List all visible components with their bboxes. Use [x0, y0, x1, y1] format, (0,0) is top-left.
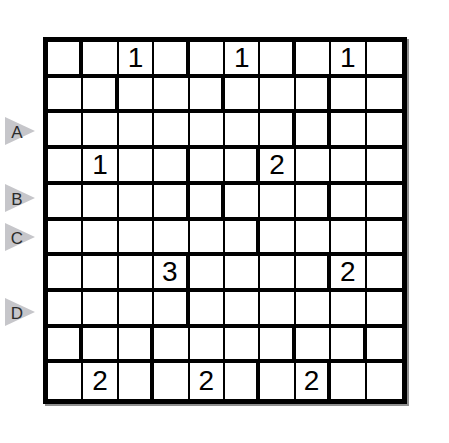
cell-r8c7[interactable]: [260, 292, 295, 328]
cell-r4c9[interactable]: [331, 149, 366, 185]
clue-text: 1: [234, 44, 250, 72]
cell-r8c2[interactable]: [83, 292, 118, 328]
cell-r4c5[interactable]: [190, 149, 225, 185]
cell-r7c5[interactable]: [190, 256, 225, 292]
cell-r5c9[interactable]: [331, 185, 366, 221]
cell-r6c7[interactable]: [260, 221, 295, 257]
cell-r4c1[interactable]: [48, 149, 83, 185]
cell-r2c3[interactable]: [119, 78, 154, 114]
row-marker-b: B: [5, 184, 35, 213]
cell-r1c8[interactable]: [296, 42, 331, 78]
clue-text: 1: [92, 151, 108, 179]
cell-r3c3[interactable]: [119, 113, 154, 149]
cell-r9c4[interactable]: [154, 328, 189, 364]
row-marker-c: C: [5, 223, 35, 252]
cell-r10c1[interactable]: [48, 363, 83, 399]
cell-r10c6[interactable]: [225, 363, 260, 399]
cell-r1c6[interactable]: 1: [225, 42, 260, 78]
row-marker-label: D: [8, 304, 26, 321]
cell-r1c9[interactable]: 1: [331, 42, 366, 78]
clue-text: 3: [162, 258, 178, 286]
cell-r2c10[interactable]: [367, 78, 402, 114]
cell-r7c10[interactable]: [367, 256, 402, 292]
cell-r10c10[interactable]: [367, 363, 402, 399]
cell-r1c10[interactable]: [367, 42, 402, 78]
cell-r2c4[interactable]: [154, 78, 189, 114]
cell-r8c10[interactable]: [367, 292, 402, 328]
cell-r7c2[interactable]: [83, 256, 118, 292]
row-marker-label: C: [8, 229, 26, 246]
cell-r5c10[interactable]: [367, 185, 402, 221]
cell-r2c2[interactable]: [83, 78, 118, 114]
row-marker-label: B: [8, 190, 26, 207]
cell-r5c2[interactable]: [83, 185, 118, 221]
cell-r1c4[interactable]: [154, 42, 189, 78]
cell-r10c8[interactable]: 2: [296, 363, 331, 399]
cell-r5c1[interactable]: [48, 185, 83, 221]
cell-r4c10[interactable]: [367, 149, 402, 185]
clue-text: 2: [199, 367, 215, 395]
cell-r9c2[interactable]: [83, 328, 118, 364]
clue-text: 1: [340, 44, 356, 72]
cell-r9c8[interactable]: [296, 328, 331, 364]
cell-r6c3[interactable]: [119, 221, 154, 257]
cell-r4c8[interactable]: [296, 149, 331, 185]
cell-r6c9[interactable]: [331, 221, 366, 257]
cell-r10c2[interactable]: 2: [83, 363, 118, 399]
cell-r2c6[interactable]: [225, 78, 260, 114]
cell-r9c6[interactable]: [225, 328, 260, 364]
cell-r6c10[interactable]: [367, 221, 402, 257]
cell-r1c7[interactable]: [260, 42, 295, 78]
cell-r7c9[interactable]: 2: [331, 256, 366, 292]
cell-r4c7[interactable]: 2: [260, 149, 295, 185]
cell-r1c2[interactable]: [83, 42, 118, 78]
cell-r7c8[interactable]: [296, 256, 331, 292]
puzzle-board: 1111232222: [43, 37, 407, 404]
clue-text: 2: [269, 151, 285, 179]
cell-r6c1[interactable]: [48, 221, 83, 257]
clue-text: 2: [304, 367, 320, 395]
cell-r9c3[interactable]: [119, 328, 154, 364]
puzzle-canvas: A B C D 1111232222: [0, 0, 449, 443]
cell-r10c7[interactable]: [260, 363, 295, 399]
cell-r10c3[interactable]: [119, 363, 154, 399]
cell-r10c9[interactable]: [331, 363, 366, 399]
cell-r10c5[interactable]: 2: [190, 363, 225, 399]
cell-r7c3[interactable]: [119, 256, 154, 292]
cell-r2c8[interactable]: [296, 78, 331, 114]
cell-r4c3[interactable]: [119, 149, 154, 185]
cell-r3c9[interactable]: [331, 113, 366, 149]
cell-r3c6[interactable]: [225, 113, 260, 149]
cell-r8c9[interactable]: [331, 292, 366, 328]
cell-r5c5[interactable]: [190, 185, 225, 221]
row-marker-a: A: [5, 117, 35, 146]
cell-r6c5[interactable]: [190, 221, 225, 257]
cell-r3c1[interactable]: [48, 113, 83, 149]
cell-r4c2[interactable]: 1: [83, 149, 118, 185]
cell-r3c10[interactable]: [367, 113, 402, 149]
cell-r6c6[interactable]: [225, 221, 260, 257]
row-marker-label: A: [8, 123, 26, 140]
cell-r8c3[interactable]: [119, 292, 154, 328]
cell-r3c5[interactable]: [190, 113, 225, 149]
cell-r5c7[interactable]: [260, 185, 295, 221]
cell-r8c8[interactable]: [296, 292, 331, 328]
cell-r1c1[interactable]: [48, 42, 83, 78]
cell-r6c8[interactable]: [296, 221, 331, 257]
row-marker-d: D: [5, 298, 35, 327]
cell-r2c1[interactable]: [48, 78, 83, 114]
cell-r8c5[interactable]: [190, 292, 225, 328]
cell-r2c5[interactable]: [190, 78, 225, 114]
cell-r3c4[interactable]: [154, 113, 189, 149]
cell-r2c9[interactable]: [331, 78, 366, 114]
clue-text: 2: [92, 367, 108, 395]
cell-r9c9[interactable]: [331, 328, 366, 364]
cell-r1c5[interactable]: [190, 42, 225, 78]
cell-r7c4[interactable]: 3: [154, 256, 189, 292]
cell-r6c2[interactable]: [83, 221, 118, 257]
cell-r1c3[interactable]: 1: [119, 42, 154, 78]
cell-r9c5[interactable]: [190, 328, 225, 364]
cell-r9c10[interactable]: [367, 328, 402, 364]
clue-text: 1: [128, 44, 144, 72]
cell-r5c3[interactable]: [119, 185, 154, 221]
cell-r9c7[interactable]: [260, 328, 295, 364]
cell-r7c6[interactable]: [225, 256, 260, 292]
cell-r3c7[interactable]: [260, 113, 295, 149]
cell-r6c4[interactable]: [154, 221, 189, 257]
clue-text: 2: [340, 258, 356, 286]
cell-r8c1[interactable]: [48, 292, 83, 328]
cell-r5c6[interactable]: [225, 185, 260, 221]
cell-r10c4[interactable]: [154, 363, 189, 399]
cell-r5c8[interactable]: [296, 185, 331, 221]
cell-r9c1[interactable]: [48, 328, 83, 364]
cell-r8c6[interactable]: [225, 292, 260, 328]
cell-r7c1[interactable]: [48, 256, 83, 292]
cell-r7c7[interactable]: [260, 256, 295, 292]
cell-r4c6[interactable]: [225, 149, 260, 185]
cell-r2c7[interactable]: [260, 78, 295, 114]
cell-r5c4[interactable]: [154, 185, 189, 221]
cell-r8c4[interactable]: [154, 292, 189, 328]
cell-r3c8[interactable]: [296, 113, 331, 149]
cell-r4c4[interactable]: [154, 149, 189, 185]
cell-r3c2[interactable]: [83, 113, 118, 149]
